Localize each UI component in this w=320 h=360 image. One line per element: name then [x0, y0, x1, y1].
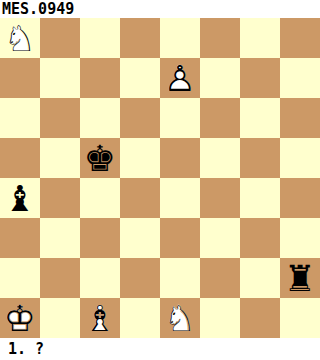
square-g5[interactable] — [240, 138, 280, 178]
square-b1[interactable] — [40, 298, 80, 338]
square-g7[interactable] — [240, 58, 280, 98]
puzzle-id: MES.0949 — [0, 0, 320, 18]
square-f2[interactable] — [200, 258, 240, 298]
square-f6[interactable] — [200, 98, 240, 138]
square-a5[interactable] — [0, 138, 40, 178]
square-g4[interactable] — [240, 178, 280, 218]
square-c1[interactable]: ♝♗ — [80, 298, 120, 338]
square-e3[interactable] — [160, 218, 200, 258]
square-c5[interactable]: ♚ — [80, 138, 120, 178]
white-pawn-outline: ♙ — [160, 58, 200, 98]
square-d8[interactable] — [120, 18, 160, 58]
square-c4[interactable] — [80, 178, 120, 218]
square-f7[interactable] — [200, 58, 240, 98]
square-e6[interactable] — [160, 98, 200, 138]
square-e4[interactable] — [160, 178, 200, 218]
square-c8[interactable] — [80, 18, 120, 58]
square-c2[interactable] — [80, 258, 120, 298]
square-g8[interactable] — [240, 18, 280, 58]
square-e8[interactable] — [160, 18, 200, 58]
square-h7[interactable] — [280, 58, 320, 98]
square-b4[interactable] — [40, 178, 80, 218]
square-d2[interactable] — [120, 258, 160, 298]
square-b6[interactable] — [40, 98, 80, 138]
square-h1[interactable] — [280, 298, 320, 338]
square-d7[interactable] — [120, 58, 160, 98]
square-g3[interactable] — [240, 218, 280, 258]
white-bishop-outline: ♗ — [80, 298, 120, 338]
square-a4[interactable]: ♝ — [0, 178, 40, 218]
white-knight-outline: ♘ — [0, 18, 40, 58]
square-c7[interactable] — [80, 58, 120, 98]
square-h5[interactable] — [280, 138, 320, 178]
square-d6[interactable] — [120, 98, 160, 138]
white-knight-outline: ♘ — [160, 298, 200, 338]
square-a3[interactable] — [0, 218, 40, 258]
square-h6[interactable] — [280, 98, 320, 138]
square-a1[interactable]: ♚♔ — [0, 298, 40, 338]
square-b2[interactable] — [40, 258, 80, 298]
square-g6[interactable] — [240, 98, 280, 138]
square-f5[interactable] — [200, 138, 240, 178]
square-b7[interactable] — [40, 58, 80, 98]
black-bishop: ♝ — [0, 178, 40, 218]
square-e7[interactable]: ♟♙ — [160, 58, 200, 98]
square-d1[interactable] — [120, 298, 160, 338]
square-h2[interactable]: ♜ — [280, 258, 320, 298]
square-h3[interactable] — [280, 218, 320, 258]
move-prompt: 1. ? — [0, 338, 320, 360]
square-e5[interactable] — [160, 138, 200, 178]
square-a8[interactable]: ♞♘ — [0, 18, 40, 58]
square-g1[interactable] — [240, 298, 280, 338]
chess-board: ♞♘♟♙♚♝♜♚♔♝♗♞♘ — [0, 18, 320, 338]
square-d5[interactable] — [120, 138, 160, 178]
square-f3[interactable] — [200, 218, 240, 258]
black-king: ♚ — [80, 138, 120, 178]
square-e1[interactable]: ♞♘ — [160, 298, 200, 338]
square-f4[interactable] — [200, 178, 240, 218]
square-d4[interactable] — [120, 178, 160, 218]
square-c3[interactable] — [80, 218, 120, 258]
square-f1[interactable] — [200, 298, 240, 338]
square-f8[interactable] — [200, 18, 240, 58]
chess-puzzle-window: MES.0949 ♞♘♟♙♚♝♜♚♔♝♗♞♘ 1. ? — [0, 0, 320, 360]
square-b5[interactable] — [40, 138, 80, 178]
black-rook: ♜ — [280, 258, 320, 298]
square-c6[interactable] — [80, 98, 120, 138]
square-b8[interactable] — [40, 18, 80, 58]
square-h8[interactable] — [280, 18, 320, 58]
square-d3[interactable] — [120, 218, 160, 258]
square-b3[interactable] — [40, 218, 80, 258]
square-a6[interactable] — [0, 98, 40, 138]
square-g2[interactable] — [240, 258, 280, 298]
square-a7[interactable] — [0, 58, 40, 98]
white-king-outline: ♔ — [0, 298, 40, 338]
square-e2[interactable] — [160, 258, 200, 298]
square-h4[interactable] — [280, 178, 320, 218]
square-a2[interactable] — [0, 258, 40, 298]
